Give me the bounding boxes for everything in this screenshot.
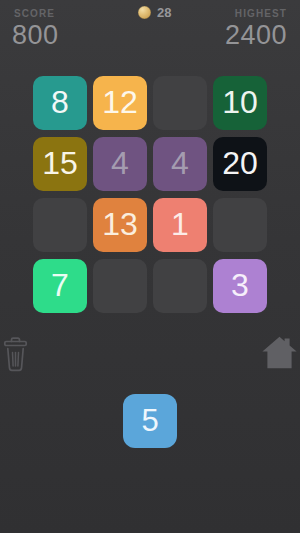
score-block: SCORE 800 — [14, 8, 59, 51]
tile-value: 20 — [222, 147, 258, 179]
tile-r3c3[interactable]: 1 — [153, 198, 207, 252]
tile-r2c1[interactable]: 15 — [33, 137, 87, 191]
home-button[interactable] — [262, 336, 297, 369]
tile-value: 4 — [171, 147, 189, 179]
tile-r1c4[interactable]: 10 — [213, 76, 267, 130]
tile-r3c1-empty[interactable] — [33, 198, 87, 252]
highest-block: HIGHEST 2400 — [225, 8, 287, 51]
tile-r4c1[interactable]: 7 — [33, 259, 87, 313]
tile-value: 13 — [102, 208, 138, 240]
board-grid: 8121015442013173 — [33, 76, 267, 313]
tile-r2c3[interactable]: 4 — [153, 137, 207, 191]
tile-r4c2-empty[interactable] — [93, 259, 147, 313]
tile-r4c4[interactable]: 3 — [213, 259, 267, 313]
tile-value: 8 — [51, 86, 69, 118]
coin-counter: 28 — [138, 5, 171, 20]
tile-r4c3-empty[interactable] — [153, 259, 207, 313]
trash-button[interactable] — [2, 336, 29, 373]
coin-count: 28 — [157, 5, 171, 20]
tile-value: 4 — [111, 147, 129, 179]
tile-value: 10 — [222, 86, 258, 118]
tile-r1c2[interactable]: 12 — [93, 76, 147, 130]
next-tile[interactable]: 5 — [123, 394, 177, 448]
tile-r1c1[interactable]: 8 — [33, 76, 87, 130]
tile-value: 15 — [42, 147, 78, 179]
trash-icon — [2, 361, 29, 376]
tile-value: 12 — [102, 86, 138, 118]
tile-value: 7 — [51, 269, 69, 301]
score-value: 800 — [12, 20, 59, 51]
tile-r2c2[interactable]: 4 — [93, 137, 147, 191]
game-screen: SCORE 800 28 HIGHEST 2400 81210154420131… — [0, 0, 300, 533]
score-label: SCORE — [14, 8, 59, 19]
next-tile-value: 5 — [141, 405, 158, 436]
tile-value: 1 — [171, 208, 189, 240]
highest-value: 2400 — [225, 20, 287, 51]
coin-icon — [138, 6, 151, 19]
tile-value: 3 — [231, 269, 249, 301]
home-icon — [262, 357, 297, 372]
tile-r3c4-empty[interactable] — [213, 198, 267, 252]
tile-r1c3-empty[interactable] — [153, 76, 207, 130]
highest-label: HIGHEST — [225, 8, 287, 19]
tile-r3c2[interactable]: 13 — [93, 198, 147, 252]
tile-r2c4[interactable]: 20 — [213, 137, 267, 191]
